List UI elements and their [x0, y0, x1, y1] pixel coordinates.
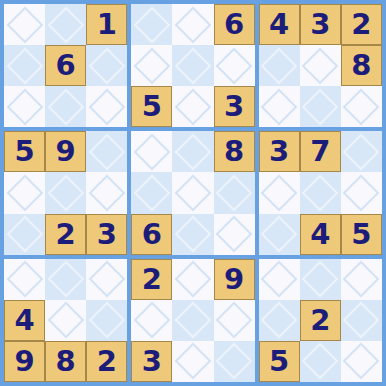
cell-r3c7[interactable]	[259, 86, 300, 127]
cell-r2c6[interactable]	[214, 45, 255, 86]
cell-r4c4[interactable]	[131, 131, 172, 172]
diamond-decoration	[88, 302, 125, 339]
diamond-decoration	[261, 302, 298, 339]
sudoku-frame: 1665343285923863745498229325	[0, 0, 386, 386]
cell-r1c2[interactable]	[45, 4, 86, 45]
cell-r7c7[interactable]	[259, 259, 300, 300]
given-digit: 2	[142, 265, 162, 294]
diamond-decoration	[88, 175, 125, 212]
cell-r3c5[interactable]	[172, 86, 213, 127]
box-r3c3: 25	[259, 259, 382, 382]
given-digit: 5	[351, 220, 371, 249]
cell-r8c6[interactable]	[214, 300, 255, 341]
cell-r7c3[interactable]	[86, 259, 127, 300]
diamond-decoration	[175, 175, 212, 212]
cell-r7c5[interactable]	[172, 259, 213, 300]
cell-r3c6: 3	[214, 86, 255, 127]
cell-r6c3: 3	[86, 214, 127, 255]
cell-r3c2[interactable]	[45, 86, 86, 127]
cell-r2c5[interactable]	[172, 45, 213, 86]
cell-r6c5[interactable]	[172, 214, 213, 255]
cell-r8c2[interactable]	[45, 300, 86, 341]
cell-r5c8[interactable]	[300, 172, 341, 213]
diamond-decoration	[216, 175, 253, 212]
diamond-decoration	[302, 175, 339, 212]
cell-r6c7[interactable]	[259, 214, 300, 255]
sudoku-board: 1665343285923863745498229325	[4, 4, 382, 382]
cell-r4c1: 5	[4, 131, 45, 172]
cell-r9c4: 3	[131, 341, 172, 382]
diamond-decoration	[88, 47, 125, 84]
box-r2c2: 86	[131, 131, 254, 254]
diamond-decoration	[343, 175, 380, 212]
cell-r9c8[interactable]	[300, 341, 341, 382]
diamond-decoration	[133, 6, 170, 43]
cell-r3c9[interactable]	[341, 86, 382, 127]
diamond-decoration	[216, 47, 253, 84]
box-r2c3: 3745	[259, 131, 382, 254]
cell-r4c3[interactable]	[86, 131, 127, 172]
given-digit: 6	[142, 220, 162, 249]
given-digit: 4	[269, 10, 289, 39]
box-r3c1: 4982	[4, 259, 127, 382]
diamond-decoration	[47, 175, 84, 212]
given-digit: 5	[269, 347, 289, 376]
given-digit: 5	[14, 137, 34, 166]
given-digit: 7	[310, 137, 330, 166]
diamond-decoration	[6, 47, 43, 84]
diamond-decoration	[88, 133, 125, 170]
cell-r5c6[interactable]	[214, 172, 255, 213]
diamond-decoration	[175, 47, 212, 84]
cell-r5c9[interactable]	[341, 172, 382, 213]
diamond-decoration	[175, 6, 212, 43]
diamond-decoration	[47, 88, 84, 125]
diamond-decoration	[6, 261, 43, 298]
cell-r2c9: 8	[341, 45, 382, 86]
cell-r5c1[interactable]	[4, 172, 45, 213]
given-digit: 3	[269, 137, 289, 166]
cell-r8c4[interactable]	[131, 300, 172, 341]
given-digit: 8	[351, 51, 371, 80]
given-digit: 9	[56, 137, 76, 166]
given-digit: 3	[97, 220, 117, 249]
diamond-decoration	[47, 261, 84, 298]
cell-r6c8: 4	[300, 214, 341, 255]
diamond-decoration	[6, 88, 43, 125]
diamond-decoration	[216, 302, 253, 339]
cell-r1c7: 4	[259, 4, 300, 45]
diamond-decoration	[6, 6, 43, 43]
given-digit: 8	[224, 137, 244, 166]
diamond-decoration	[88, 261, 125, 298]
diamond-decoration	[302, 47, 339, 84]
cell-r4c7: 3	[259, 131, 300, 172]
box-r1c2: 653	[131, 4, 254, 127]
diamond-decoration	[216, 216, 253, 253]
diamond-decoration	[175, 133, 212, 170]
diamond-decoration	[302, 343, 339, 380]
cell-r5c7[interactable]	[259, 172, 300, 213]
diamond-decoration	[343, 133, 380, 170]
diamond-decoration	[133, 175, 170, 212]
diamond-decoration	[88, 88, 125, 125]
cell-r4c9[interactable]	[341, 131, 382, 172]
given-digit: 9	[14, 347, 34, 376]
cell-r8c7[interactable]	[259, 300, 300, 341]
given-digit: 4	[14, 306, 34, 335]
diamond-decoration	[261, 261, 298, 298]
diamond-decoration	[343, 302, 380, 339]
box-r1c3: 4328	[259, 4, 382, 127]
diamond-decoration	[302, 88, 339, 125]
cell-r9c6[interactable]	[214, 341, 255, 382]
diamond-decoration	[175, 302, 212, 339]
diamond-decoration	[216, 343, 253, 380]
given-digit: 5	[142, 92, 162, 121]
cell-r1c1[interactable]	[4, 4, 45, 45]
given-digit: 9	[224, 265, 244, 294]
given-digit: 3	[142, 347, 162, 376]
cell-r7c4: 2	[131, 259, 172, 300]
given-digit: 6	[224, 10, 244, 39]
cell-r3c4: 5	[131, 86, 172, 127]
diamond-decoration	[6, 175, 43, 212]
cell-r8c3[interactable]	[86, 300, 127, 341]
box-r2c1: 5923	[4, 131, 127, 254]
given-digit: 8	[56, 347, 76, 376]
cell-r7c2[interactable]	[45, 259, 86, 300]
cell-r6c2: 2	[45, 214, 86, 255]
cell-r6c1[interactable]	[4, 214, 45, 255]
diamond-decoration	[133, 302, 170, 339]
cell-r3c3[interactable]	[86, 86, 127, 127]
given-digit: 2	[97, 347, 117, 376]
cell-r4c8: 7	[300, 131, 341, 172]
cell-r1c6: 6	[214, 4, 255, 45]
cell-r7c9[interactable]	[341, 259, 382, 300]
given-digit: 6	[56, 51, 76, 80]
cell-r3c1[interactable]	[4, 86, 45, 127]
cell-r8c5[interactable]	[172, 300, 213, 341]
cell-r9c7: 5	[259, 341, 300, 382]
diamond-decoration	[175, 261, 212, 298]
box-r1c1: 16	[4, 4, 127, 127]
cell-r6c9: 5	[341, 214, 382, 255]
given-digit: 3	[224, 92, 244, 121]
cell-r4c6: 8	[214, 131, 255, 172]
cell-r1c3: 1	[86, 4, 127, 45]
given-digit: 4	[310, 220, 330, 249]
given-digit: 1	[97, 10, 117, 39]
diamond-decoration	[133, 47, 170, 84]
cell-r8c9[interactable]	[341, 300, 382, 341]
cell-r2c7[interactable]	[259, 45, 300, 86]
cell-r9c3: 2	[86, 341, 127, 382]
given-digit: 2	[56, 220, 76, 249]
diamond-decoration	[343, 343, 380, 380]
cell-r5c2[interactable]	[45, 172, 86, 213]
diamond-decoration	[261, 88, 298, 125]
diamond-decoration	[47, 302, 84, 339]
given-digit: 2	[310, 306, 330, 335]
cell-r7c6: 9	[214, 259, 255, 300]
diamond-decoration	[343, 261, 380, 298]
cell-r2c1[interactable]	[4, 45, 45, 86]
diamond-decoration	[6, 216, 43, 253]
diamond-decoration	[261, 175, 298, 212]
cell-r1c9: 2	[341, 4, 382, 45]
cell-r1c5[interactable]	[172, 4, 213, 45]
diamond-decoration	[261, 47, 298, 84]
cell-r9c9[interactable]	[341, 341, 382, 382]
diamond-decoration	[302, 261, 339, 298]
cell-r2c4[interactable]	[131, 45, 172, 86]
cell-r3c8[interactable]	[300, 86, 341, 127]
cell-r9c1: 9	[4, 341, 45, 382]
cell-r6c6[interactable]	[214, 214, 255, 255]
cell-r2c8[interactable]	[300, 45, 341, 86]
diamond-decoration	[133, 133, 170, 170]
cell-r5c5[interactable]	[172, 172, 213, 213]
cell-r4c2: 9	[45, 131, 86, 172]
diamond-decoration	[175, 88, 212, 125]
cell-r9c5[interactable]	[172, 341, 213, 382]
given-digit: 3	[310, 10, 330, 39]
diamond-decoration	[343, 88, 380, 125]
cell-r7c1[interactable]	[4, 259, 45, 300]
given-digit: 2	[351, 10, 371, 39]
diamond-decoration	[175, 216, 212, 253]
diamond-decoration	[47, 6, 84, 43]
cell-r5c3[interactable]	[86, 172, 127, 213]
cell-r8c1: 4	[4, 300, 45, 341]
cell-r1c4[interactable]	[131, 4, 172, 45]
cell-r5c4[interactable]	[131, 172, 172, 213]
cell-r7c8[interactable]	[300, 259, 341, 300]
cell-r1c8: 3	[300, 4, 341, 45]
cell-r6c4: 6	[131, 214, 172, 255]
cell-r4c5[interactable]	[172, 131, 213, 172]
box-r3c2: 293	[131, 259, 254, 382]
cell-r2c2: 6	[45, 45, 86, 86]
diamond-decoration	[175, 343, 212, 380]
diamond-decoration	[261, 216, 298, 253]
cell-r2c3[interactable]	[86, 45, 127, 86]
cell-r9c2: 8	[45, 341, 86, 382]
cell-r8c8: 2	[300, 300, 341, 341]
